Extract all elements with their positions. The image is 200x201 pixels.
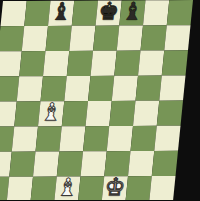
square-d3[interactable] <box>59 126 85 151</box>
square-h8[interactable] <box>167 0 193 25</box>
square-h5[interactable] <box>159 75 185 100</box>
square-c4[interactable]: ♝ <box>38 101 64 126</box>
square-e4[interactable] <box>86 101 112 126</box>
square-b3[interactable] <box>12 126 38 151</box>
square-d8[interactable] <box>72 1 98 26</box>
square-e7[interactable] <box>93 26 119 51</box>
square-e1[interactable] <box>78 176 104 200</box>
square-d6[interactable] <box>67 51 93 76</box>
square-f8[interactable]: ♝ <box>119 0 145 25</box>
square-h1[interactable] <box>149 176 175 200</box>
square-g8[interactable] <box>143 0 169 25</box>
square-c3[interactable] <box>36 126 62 151</box>
square-a6[interactable] <box>0 51 22 76</box>
square-e6[interactable] <box>91 51 117 76</box>
square-f3[interactable] <box>107 126 133 151</box>
white-bishop-piece[interactable]: ♝ <box>40 100 63 125</box>
square-d4[interactable] <box>62 101 88 126</box>
square-b2[interactable] <box>9 152 35 177</box>
square-b8[interactable] <box>24 1 50 26</box>
square-g2[interactable] <box>128 151 154 176</box>
square-c8[interactable]: ♝ <box>48 1 74 26</box>
square-g3[interactable] <box>131 126 157 151</box>
page-background: ♝♚♝♝♝♚ <box>0 0 200 200</box>
square-h2[interactable] <box>152 151 178 176</box>
square-b4[interactable] <box>14 101 40 126</box>
square-b1[interactable] <box>7 177 33 200</box>
square-c7[interactable] <box>46 26 72 51</box>
square-a7[interactable] <box>0 26 24 51</box>
black-king-piece[interactable]: ♚ <box>97 0 120 25</box>
square-f7[interactable] <box>117 25 143 50</box>
square-f6[interactable] <box>114 51 140 76</box>
square-h6[interactable] <box>162 50 188 75</box>
square-b5[interactable] <box>17 76 43 101</box>
square-e3[interactable] <box>83 126 109 151</box>
square-g7[interactable] <box>141 25 167 50</box>
square-c6[interactable] <box>43 51 69 76</box>
square-d7[interactable] <box>69 26 95 51</box>
square-h4[interactable] <box>157 101 183 126</box>
white-king-piece[interactable]: ♚ <box>103 175 126 200</box>
black-bishop-piece[interactable]: ♝ <box>121 0 144 24</box>
square-g5[interactable] <box>136 76 162 101</box>
square-c2[interactable] <box>33 151 59 176</box>
white-bishop-piece[interactable]: ♝ <box>56 175 79 200</box>
square-f5[interactable] <box>112 76 138 101</box>
square-b7[interactable] <box>22 26 48 51</box>
black-bishop-piece[interactable]: ♝ <box>50 0 73 25</box>
square-h3[interactable] <box>154 126 180 151</box>
square-a8[interactable] <box>1 1 27 26</box>
square-b6[interactable] <box>19 51 45 76</box>
square-g6[interactable] <box>138 50 164 75</box>
square-d5[interactable] <box>64 76 90 101</box>
square-h7[interactable] <box>164 25 190 50</box>
square-f4[interactable] <box>109 101 135 126</box>
square-c1[interactable] <box>31 177 57 201</box>
square-d1[interactable]: ♝ <box>54 176 80 200</box>
square-g1[interactable] <box>126 176 152 200</box>
chess-board: ♝♚♝♝♝♚ <box>0 0 193 200</box>
square-e8[interactable]: ♚ <box>96 0 122 25</box>
square-e5[interactable] <box>88 76 114 101</box>
square-f1[interactable]: ♚ <box>102 176 128 200</box>
square-g4[interactable] <box>133 101 159 126</box>
square-e2[interactable] <box>81 151 107 176</box>
